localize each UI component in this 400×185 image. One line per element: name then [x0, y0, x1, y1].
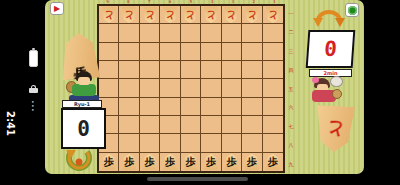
file-label: 4 — [201, 0, 222, 4]
board-cell[interactable] — [119, 24, 139, 42]
board-cell[interactable]: と — [242, 6, 262, 24]
board-cell[interactable]: と — [140, 6, 160, 24]
orientation-lock-icon — [29, 85, 38, 93]
board-cell[interactable] — [99, 61, 119, 79]
sente-pawn-piece[interactable]: 歩 — [101, 154, 116, 170]
board-cell[interactable] — [140, 134, 160, 152]
piece-kanji: と — [144, 10, 154, 20]
board-cell[interactable] — [140, 43, 160, 61]
board-cell[interactable]: 歩 — [263, 153, 283, 171]
status-bar: ••• 2:41 — [0, 0, 45, 185]
shogi-board: ととととととととと歩歩歩歩歩歩歩歩歩 — [97, 4, 285, 173]
board-cell[interactable] — [201, 43, 221, 61]
file-label: 6 — [160, 0, 181, 4]
file-label: 3 — [222, 0, 243, 4]
board-cell[interactable] — [181, 98, 201, 116]
board-cell[interactable] — [201, 79, 221, 97]
status-dots-icon: ••• — [31, 100, 35, 112]
board-cell[interactable]: 歩 — [140, 153, 160, 171]
board-cell[interactable] — [119, 43, 139, 61]
board-cell[interactable]: 歩 — [99, 153, 119, 171]
file-labels: 987654321 — [97, 0, 285, 4]
board-cell[interactable]: 歩 — [201, 153, 221, 171]
board-cell[interactable]: と — [263, 6, 283, 24]
sente-pawn-piece[interactable]: 歩 — [142, 154, 157, 170]
board-cell[interactable] — [119, 79, 139, 97]
board-cell[interactable] — [201, 98, 221, 116]
sente-clock: 0 — [61, 108, 106, 149]
piece-kanji: と — [206, 10, 216, 20]
board-cell[interactable] — [263, 24, 283, 42]
board-cell[interactable] — [263, 61, 283, 79]
rank-label: 八 — [287, 135, 295, 154]
board-cell[interactable] — [181, 61, 201, 79]
game-screen: ▶ ととととととととと歩歩歩歩歩歩歩歩歩 987654321 一二三四五六七八九… — [45, 0, 364, 174]
sente-pawn-piece[interactable]: 歩 — [265, 154, 280, 170]
home-indicator[interactable] — [147, 177, 248, 181]
board-cell[interactable] — [181, 116, 201, 134]
sente-pawn-piece[interactable]: 歩 — [203, 154, 218, 170]
board-cell[interactable] — [222, 61, 242, 79]
rotate-board-icon[interactable] — [312, 3, 346, 30]
file-label: 8 — [118, 0, 139, 4]
board-cell[interactable] — [222, 79, 242, 97]
rank-label: 七 — [287, 117, 295, 136]
board-cell[interactable] — [242, 79, 262, 97]
board-cell[interactable]: と — [99, 6, 119, 24]
board-cell[interactable]: 歩 — [181, 153, 201, 171]
board-cell[interactable] — [119, 98, 139, 116]
piece-kanji: と — [268, 10, 278, 20]
gote-tokin-piece[interactable]: と — [122, 7, 137, 23]
piece-kanji: と — [104, 10, 114, 20]
piece-kanji: 歩 — [206, 157, 216, 167]
file-label: 7 — [139, 0, 160, 4]
board-cell[interactable] — [242, 134, 262, 152]
file-label: 9 — [97, 0, 118, 4]
piece-kanji: 歩 — [247, 157, 257, 167]
board-cell[interactable] — [222, 43, 242, 61]
board-cell[interactable] — [119, 134, 139, 152]
piece-kanji: 歩 — [145, 157, 155, 167]
gote-tokin-piece[interactable]: と — [101, 7, 116, 23]
battery-icon — [29, 50, 38, 67]
rank-label: 二 — [287, 23, 295, 42]
board-cell[interactable] — [140, 79, 160, 97]
board-cell[interactable]: と — [119, 6, 139, 24]
board-cell[interactable] — [119, 61, 139, 79]
piece-kanji: と — [165, 10, 175, 20]
hand-piece-kanji: 歩兵 — [71, 55, 89, 56]
sente-avatar — [64, 71, 102, 103]
piece-kanji: 歩 — [165, 157, 175, 167]
board-cell[interactable]: と — [222, 6, 242, 24]
board-cell[interactable] — [160, 116, 180, 134]
board-cell[interactable] — [201, 116, 221, 134]
board-cell[interactable] — [160, 79, 180, 97]
board-cell[interactable] — [181, 24, 201, 42]
board-cell[interactable] — [242, 61, 262, 79]
rank-label: 三 — [287, 42, 295, 61]
piece-kanji: と — [124, 10, 134, 20]
piece-kanji: 歩 — [124, 157, 134, 167]
piece-kanji: 歩 — [226, 157, 236, 167]
board-cell[interactable]: と — [181, 6, 201, 24]
board-cell[interactable] — [140, 98, 160, 116]
piece-kanji: 歩 — [104, 157, 114, 167]
board-cell[interactable]: と — [201, 6, 221, 24]
file-label: 1 — [264, 0, 285, 4]
board-cell[interactable]: 歩 — [222, 153, 242, 171]
gote-tokin-piece[interactable]: と — [183, 7, 198, 23]
gote-tokin-piece[interactable]: と — [203, 7, 218, 23]
board-cell[interactable] — [263, 79, 283, 97]
piece-kanji: 歩 — [185, 157, 195, 167]
sente-pawn-piece[interactable]: 歩 — [122, 154, 137, 170]
sente-pawn-piece[interactable]: 歩 — [244, 154, 259, 170]
board-cell[interactable] — [99, 79, 119, 97]
board-cell[interactable]: と — [160, 6, 180, 24]
rank-label: 六 — [287, 98, 295, 117]
piece-kanji: と — [226, 10, 236, 20]
file-label: 5 — [181, 0, 202, 4]
board-cell[interactable] — [160, 134, 180, 152]
hand-piece-kanji: と — [325, 117, 345, 142]
board-cell[interactable] — [140, 61, 160, 79]
sente-pawn-piece[interactable]: 歩 — [183, 154, 198, 170]
gote-tokin-piece[interactable]: と — [265, 7, 280, 23]
board-cell[interactable] — [263, 134, 283, 152]
board-cell[interactable] — [263, 116, 283, 134]
board-cell[interactable] — [119, 116, 139, 134]
piece-kanji: 歩 — [268, 157, 278, 167]
board-cell[interactable] — [140, 24, 160, 42]
sente-pawn-piece[interactable]: 歩 — [163, 154, 178, 170]
green-circle-icon — [348, 6, 357, 15]
settings-button[interactable] — [345, 3, 359, 17]
file-label: 2 — [243, 0, 264, 4]
board-cell[interactable] — [222, 116, 242, 134]
play-button[interactable]: ▶ — [50, 2, 64, 15]
board-cell[interactable] — [263, 98, 283, 116]
board-cell[interactable] — [140, 116, 160, 134]
board-cell[interactable] — [242, 98, 262, 116]
play-icon: ▶ — [54, 5, 60, 13]
piece-kanji: と — [185, 10, 195, 20]
gote-tokin-piece[interactable]: と — [224, 7, 239, 23]
board-cell[interactable] — [201, 61, 221, 79]
board-cell[interactable] — [160, 24, 180, 42]
undo-icon[interactable] — [63, 149, 95, 173]
sente-nameplate: Ryu-1 — [62, 100, 102, 108]
phone-frame: ••• 2:41 ▶ ととととととととと歩歩歩歩歩歩歩歩歩 987654321 … — [0, 0, 400, 185]
board-cell[interactable] — [222, 134, 242, 152]
board-cell[interactable] — [201, 24, 221, 42]
board-cell[interactable] — [222, 24, 242, 42]
board-cell[interactable]: 歩 — [242, 153, 262, 171]
board-cell[interactable] — [160, 61, 180, 79]
board-cell[interactable] — [99, 43, 119, 61]
board-cell[interactable] — [160, 98, 180, 116]
clock-time: 2:41 — [5, 107, 16, 141]
board-cell[interactable] — [181, 43, 201, 61]
board-cell[interactable] — [181, 134, 201, 152]
gote-tokin-piece[interactable]: と — [142, 7, 157, 23]
board-cell[interactable] — [99, 24, 119, 42]
sente-pawn-piece[interactable]: 歩 — [224, 154, 239, 170]
board-cell[interactable] — [242, 116, 262, 134]
piece-kanji: と — [247, 10, 257, 20]
board-cell[interactable] — [242, 43, 262, 61]
board-cell[interactable] — [222, 98, 242, 116]
gote-tokin-piece[interactable]: と — [244, 7, 259, 23]
board-cell[interactable] — [201, 134, 221, 152]
gote-avatar — [308, 76, 346, 108]
rank-labels: 一二三四五六七八九 — [287, 4, 295, 173]
rank-label: 五 — [287, 79, 295, 98]
board-cell[interactable] — [263, 43, 283, 61]
rank-label: 一 — [287, 4, 295, 23]
board-cell[interactable] — [160, 43, 180, 61]
gote-clock: 0 — [306, 30, 356, 68]
gote-hand-piece[interactable]: と — [314, 105, 356, 153]
rank-label: 四 — [287, 60, 295, 79]
rank-label: 九 — [287, 154, 295, 173]
board-cell[interactable]: 歩 — [119, 153, 139, 171]
gote-tokin-piece[interactable]: と — [163, 7, 178, 23]
board-cell[interactable]: 歩 — [160, 153, 180, 171]
board-cell[interactable] — [181, 79, 201, 97]
board-cell[interactable] — [242, 24, 262, 42]
